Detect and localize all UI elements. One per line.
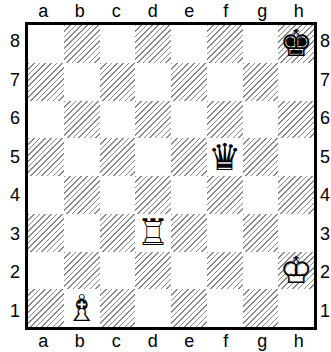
rank-label-left-1: 1 [0,292,25,331]
square-a4[interactable] [28,176,64,214]
square-c7[interactable] [100,63,136,101]
rank-label-right-5: 5 [317,138,331,177]
rank-labels-right: 87654321 [317,22,331,330]
square-f2[interactable] [207,252,243,290]
square-c2[interactable] [100,252,136,290]
square-d6[interactable] [135,101,171,139]
square-g6[interactable] [243,101,279,139]
square-e6[interactable] [171,101,207,139]
square-e1[interactable] [171,289,207,327]
square-h4[interactable] [278,176,314,214]
file-labels-bottom: abcdefgh [25,330,317,352]
square-c4[interactable] [100,176,136,214]
square-d8[interactable] [135,25,171,63]
square-f7[interactable] [207,63,243,101]
square-g5[interactable] [243,138,279,176]
square-d2[interactable] [135,252,171,290]
square-f8[interactable] [207,25,243,63]
file-label-top-e: e [171,0,208,23]
square-d3[interactable]: ♜♖ [135,214,171,252]
square-h7[interactable] [278,63,314,101]
rank-label-left-7: 7 [0,61,25,100]
square-a3[interactable] [28,214,64,252]
square-a6[interactable] [28,101,64,139]
square-h6[interactable] [278,101,314,139]
piece-white-rook: ♜♖ [137,214,170,251]
rank-label-left-3: 3 [0,215,25,254]
square-b7[interactable] [64,63,100,101]
rank-label-left-8: 8 [0,22,25,61]
square-d5[interactable] [135,138,171,176]
square-c8[interactable] [100,25,136,63]
square-h5[interactable] [278,138,314,176]
square-d7[interactable] [135,63,171,101]
square-g1[interactable] [243,289,279,327]
square-e5[interactable] [171,138,207,176]
rank-label-left-5: 5 [0,138,25,177]
square-f6[interactable] [207,101,243,139]
square-a5[interactable] [28,138,64,176]
rank-label-left-4: 4 [0,176,25,215]
square-b2[interactable] [64,252,100,290]
square-g3[interactable] [243,214,279,252]
square-a1[interactable] [28,289,64,327]
rank-label-right-4: 4 [317,176,331,215]
square-g8[interactable] [243,25,279,63]
square-f1[interactable] [207,289,243,327]
square-b1[interactable]: ♝♗ [64,289,100,327]
file-label-bottom-e: e [171,330,208,352]
square-c6[interactable] [100,101,136,139]
rank-label-right-1: 1 [317,292,331,331]
square-e7[interactable] [171,63,207,101]
piece-outline-layer: ♖ [137,211,170,254]
square-b4[interactable] [64,176,100,214]
square-h2[interactable]: ♚♔ [278,252,314,290]
square-a2[interactable] [28,252,64,290]
file-label-bottom-h: h [281,330,318,352]
file-label-bottom-g: g [244,330,281,352]
square-b3[interactable] [64,214,100,252]
square-b5[interactable] [64,138,100,176]
file-label-top-g: g [244,0,281,23]
square-b6[interactable] [64,101,100,139]
rank-label-right-6: 6 [317,99,331,138]
piece-black-king: ♚ [280,25,313,62]
square-e3[interactable] [171,214,207,252]
board: ♚♛♜♖♚♔♝♗ [25,22,317,330]
square-g7[interactable] [243,63,279,101]
square-d1[interactable] [135,289,171,327]
square-g4[interactable] [243,176,279,214]
square-e4[interactable] [171,176,207,214]
file-label-bottom-f: f [208,330,245,352]
square-b8[interactable] [64,25,100,63]
file-label-top-d: d [135,0,172,23]
square-a7[interactable] [28,63,64,101]
piece-outline-layer: ♔ [280,249,313,292]
file-label-top-b: b [62,0,99,23]
rank-label-right-7: 7 [317,61,331,100]
square-h1[interactable] [278,289,314,327]
piece-white-king: ♚♔ [280,252,313,289]
chess-diagram: abcdefgh 87654321 ♚♛♜♖♚♔♝♗ 87654321 abcd… [0,0,331,352]
file-label-bottom-d: d [135,330,172,352]
square-f4[interactable] [207,176,243,214]
file-label-bottom-c: c [98,330,135,352]
square-h3[interactable] [278,214,314,252]
square-c1[interactable] [100,289,136,327]
piece-black-queen: ♛ [208,139,241,176]
rank-label-right-2: 2 [317,253,331,292]
file-label-bottom-a: a [25,330,62,352]
square-e2[interactable] [171,252,207,290]
piece-outline-layer: ♗ [65,287,98,330]
file-label-top-a: a [25,0,62,23]
file-labels-top: abcdefgh [25,0,317,22]
square-c5[interactable] [100,138,136,176]
square-f5[interactable]: ♛ [207,138,243,176]
file-label-top-c: c [98,0,135,23]
square-g2[interactable] [243,252,279,290]
square-h8[interactable]: ♚ [278,25,314,63]
rank-labels-left: 87654321 [0,22,25,330]
file-label-top-h: h [281,0,318,23]
square-a8[interactable] [28,25,64,63]
file-label-top-f: f [208,0,245,23]
square-d4[interactable] [135,176,171,214]
rank-label-right-8: 8 [317,22,331,61]
square-c3[interactable] [100,214,136,252]
file-label-bottom-b: b [62,330,99,352]
rank-label-left-6: 6 [0,99,25,138]
rank-label-right-3: 3 [317,215,331,254]
rank-label-left-2: 2 [0,253,25,292]
square-f3[interactable] [207,214,243,252]
piece-white-bishop: ♝♗ [65,290,98,327]
square-e8[interactable] [171,25,207,63]
